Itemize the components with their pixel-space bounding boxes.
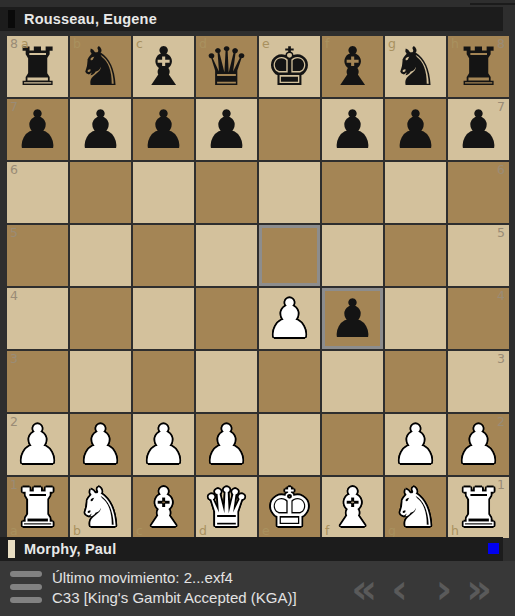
white-pawn[interactable]: ♟ bbox=[266, 288, 314, 349]
square-f5[interactable] bbox=[322, 225, 383, 286]
square-h6[interactable]: 6 bbox=[448, 162, 509, 223]
menu-icon[interactable] bbox=[10, 571, 42, 605]
white-knight[interactable]: ♞ bbox=[392, 477, 440, 538]
square-d3[interactable] bbox=[196, 351, 257, 412]
square-d8[interactable]: d♛ bbox=[196, 36, 257, 97]
square-d4[interactable] bbox=[196, 288, 257, 349]
first-move-button[interactable]: « bbox=[344, 569, 384, 609]
square-a4[interactable]: 4 bbox=[7, 288, 68, 349]
black-pawn[interactable]: ♟ bbox=[140, 99, 188, 160]
move-navigation: « ‹ › » bbox=[344, 561, 499, 616]
white-knight[interactable]: ♞ bbox=[77, 477, 125, 538]
white-pawn[interactable]: ♟ bbox=[455, 414, 503, 475]
square-b5[interactable] bbox=[70, 225, 131, 286]
top-player-bar: Rousseau, Eugene bbox=[0, 7, 503, 31]
square-a3[interactable]: 3 bbox=[7, 351, 68, 412]
white-queen[interactable]: ♛ bbox=[203, 477, 251, 538]
square-f7[interactable]: ♟ bbox=[322, 99, 383, 160]
square-b4[interactable] bbox=[70, 288, 131, 349]
black-rook[interactable]: ♜ bbox=[455, 36, 503, 97]
square-b1[interactable]: b♞ bbox=[70, 477, 131, 538]
top-player-name: Rousseau, Eugene bbox=[24, 11, 157, 27]
previous-move-button[interactable]: ‹ bbox=[384, 569, 414, 609]
white-pawn[interactable]: ♟ bbox=[14, 414, 62, 475]
square-b7[interactable]: ♟ bbox=[70, 99, 131, 160]
square-a6[interactable]: 6 bbox=[7, 162, 68, 223]
square-d1[interactable]: d♛ bbox=[196, 477, 257, 538]
square-a7[interactable]: 7♟ bbox=[7, 99, 68, 160]
square-g6[interactable] bbox=[385, 162, 446, 223]
square-d6[interactable] bbox=[196, 162, 257, 223]
square-f3[interactable] bbox=[322, 351, 383, 412]
menu-icon-bar bbox=[10, 597, 42, 603]
square-f1[interactable]: f♝ bbox=[322, 477, 383, 538]
black-pawn[interactable]: ♟ bbox=[329, 99, 377, 160]
square-c4[interactable] bbox=[133, 288, 194, 349]
square-g8[interactable]: g♞ bbox=[385, 36, 446, 97]
move-status-text: Último movimiento: 2...exf4 C33 [King's … bbox=[52, 568, 297, 607]
square-d7[interactable]: ♟ bbox=[196, 99, 257, 160]
square-b2[interactable]: ♟ bbox=[70, 414, 131, 475]
square-a8[interactable]: 8a♜ bbox=[7, 36, 68, 97]
square-h5[interactable]: 5 bbox=[448, 225, 509, 286]
square-a5[interactable]: 5 bbox=[7, 225, 68, 286]
square-h2[interactable]: 2♟ bbox=[448, 414, 509, 475]
black-king[interactable]: ♚ bbox=[266, 36, 314, 97]
rank-label: 4 bbox=[497, 289, 505, 302]
square-e8[interactable]: e♚ bbox=[259, 36, 320, 97]
square-d5[interactable] bbox=[196, 225, 257, 286]
square-g4[interactable] bbox=[385, 288, 446, 349]
square-e4[interactable]: ♟ bbox=[259, 288, 320, 349]
last-move-line: Último movimiento: 2...exf4 bbox=[52, 568, 297, 588]
black-rook[interactable]: ♜ bbox=[14, 36, 62, 97]
square-g3[interactable] bbox=[385, 351, 446, 412]
last-move-button[interactable]: » bbox=[459, 569, 499, 609]
square-g5[interactable] bbox=[385, 225, 446, 286]
square-e3[interactable] bbox=[259, 351, 320, 412]
square-b3[interactable] bbox=[70, 351, 131, 412]
rank-label: 3 bbox=[10, 352, 18, 365]
rank-label: 5 bbox=[497, 226, 505, 239]
rank-label: 4 bbox=[10, 289, 18, 302]
white-side-indicator bbox=[8, 540, 15, 558]
rank-label: 6 bbox=[10, 163, 18, 176]
square-h7[interactable]: 7♟ bbox=[448, 99, 509, 160]
square-e2[interactable] bbox=[259, 414, 320, 475]
square-c2[interactable]: ♟ bbox=[133, 414, 194, 475]
black-knight[interactable]: ♞ bbox=[77, 36, 125, 97]
black-queen[interactable]: ♛ bbox=[203, 36, 251, 97]
square-d2[interactable]: ♟ bbox=[196, 414, 257, 475]
square-f2[interactable] bbox=[322, 414, 383, 475]
square-c5[interactable] bbox=[133, 225, 194, 286]
white-pawn[interactable]: ♟ bbox=[203, 414, 251, 475]
square-h1[interactable]: 1h♜ bbox=[448, 477, 509, 538]
bottom-player-name: Morphy, Paul bbox=[24, 541, 116, 557]
menu-icon-bar bbox=[10, 584, 42, 590]
black-pawn[interactable]: ♟ bbox=[455, 99, 503, 160]
square-b8[interactable]: b♞ bbox=[70, 36, 131, 97]
square-e7[interactable] bbox=[259, 99, 320, 160]
square-c7[interactable]: ♟ bbox=[133, 99, 194, 160]
black-pawn[interactable]: ♟ bbox=[14, 99, 62, 160]
white-pawn[interactable]: ♟ bbox=[77, 414, 125, 475]
square-h4[interactable]: 4 bbox=[448, 288, 509, 349]
square-f8[interactable]: f♝ bbox=[322, 36, 383, 97]
black-knight[interactable]: ♞ bbox=[392, 36, 440, 97]
black-bishop[interactable]: ♝ bbox=[140, 36, 188, 97]
black-pawn[interactable]: ♟ bbox=[203, 99, 251, 160]
bottom-toolbar: Último movimiento: 2...exf4 C33 [King's … bbox=[0, 561, 515, 616]
white-bishop[interactable]: ♝ bbox=[329, 477, 377, 538]
square-h3[interactable]: 3 bbox=[448, 351, 509, 412]
black-pawn[interactable]: ♟ bbox=[392, 99, 440, 160]
square-e6[interactable] bbox=[259, 162, 320, 223]
rank-label: 5 bbox=[10, 226, 18, 239]
side-to-move-indicator bbox=[488, 543, 499, 554]
square-g1[interactable]: g♞ bbox=[385, 477, 446, 538]
square-f4[interactable]: ♟ bbox=[322, 288, 383, 349]
black-pawn[interactable]: ♟ bbox=[329, 288, 377, 349]
black-side-indicator bbox=[8, 10, 15, 28]
square-c3[interactable] bbox=[133, 351, 194, 412]
next-move-button[interactable]: › bbox=[429, 569, 459, 609]
white-rook[interactable]: ♜ bbox=[455, 477, 503, 538]
white-king[interactable]: ♚ bbox=[266, 477, 314, 538]
black-pawn[interactable]: ♟ bbox=[77, 99, 125, 160]
square-g2[interactable]: ♟ bbox=[385, 414, 446, 475]
white-bishop[interactable]: ♝ bbox=[140, 477, 188, 538]
square-b6[interactable] bbox=[70, 162, 131, 223]
square-a1[interactable]: 1a♜ bbox=[7, 477, 68, 538]
black-bishop[interactable]: ♝ bbox=[329, 36, 377, 97]
square-g7[interactable]: ♟ bbox=[385, 99, 446, 160]
square-f6[interactable] bbox=[322, 162, 383, 223]
square-a2[interactable]: 2♟ bbox=[7, 414, 68, 475]
bottom-player-bar: Morphy, Paul bbox=[0, 537, 503, 561]
top-edge-indicator-line bbox=[470, 3, 515, 5]
opening-line: C33 [King's Gambit Accepted (KGA)] bbox=[52, 588, 297, 608]
rank-label: 3 bbox=[497, 352, 505, 365]
menu-icon-bar bbox=[10, 571, 42, 577]
square-e5[interactable] bbox=[259, 225, 320, 286]
square-c1[interactable]: c♝ bbox=[133, 477, 194, 538]
square-c8[interactable]: c♝ bbox=[133, 36, 194, 97]
chess-board[interactable]: 8a♜b♞c♝d♛e♚f♝g♞h8♜7♟♟♟♟♟♟7♟66554♟♟4332♟♟… bbox=[7, 36, 509, 538]
white-rook[interactable]: ♜ bbox=[14, 477, 62, 538]
square-c6[interactable] bbox=[133, 162, 194, 223]
white-pawn[interactable]: ♟ bbox=[392, 414, 440, 475]
square-e1[interactable]: e♚ bbox=[259, 477, 320, 538]
square-h8[interactable]: h8♜ bbox=[448, 36, 509, 97]
rank-label: 6 bbox=[497, 163, 505, 176]
white-pawn[interactable]: ♟ bbox=[140, 414, 188, 475]
